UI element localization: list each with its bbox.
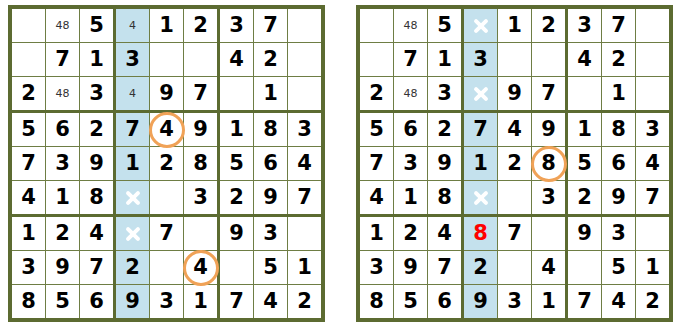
cell-r8c1[interactable]: 3 xyxy=(12,251,45,284)
digit: 3 xyxy=(89,83,104,104)
digit: 9 xyxy=(55,257,70,278)
digit: 1 xyxy=(193,291,208,312)
cell-r1c5[interactable]: 1 xyxy=(150,9,183,42)
digit: 4 xyxy=(297,153,312,174)
cell-r9c4[interactable]: 9 xyxy=(464,285,497,318)
digit: 2 xyxy=(403,223,418,244)
cell-r1c3[interactable]: 5 xyxy=(80,9,113,42)
digit: 6 xyxy=(403,119,418,140)
digit: 3 xyxy=(263,223,278,244)
digit: 1 xyxy=(577,119,592,140)
cell-r7c4[interactable] xyxy=(116,217,149,250)
digit: 2 xyxy=(229,187,244,208)
digit: 6 xyxy=(437,291,452,312)
box-5: 7491283 xyxy=(464,113,565,214)
cell-r8c1[interactable]: 3 xyxy=(360,251,393,284)
digit: 3 xyxy=(473,49,488,70)
cell-r5c4[interactable]: 1 xyxy=(464,147,497,180)
cell-r7c5[interactable]: 7 xyxy=(150,217,183,250)
digit: 5 xyxy=(263,257,278,278)
cell-r6c4[interactable] xyxy=(116,181,149,214)
digit: 4 xyxy=(193,257,208,278)
cell-r5c9[interactable]: 4 xyxy=(288,147,321,180)
digit: 5 xyxy=(55,291,70,312)
pencil-marks: 48 xyxy=(56,20,70,31)
cell-r7c7[interactable]: 9 xyxy=(220,217,253,250)
digit: 2 xyxy=(369,83,384,104)
digit: 1 xyxy=(263,83,278,104)
cell-r9c3[interactable]: 6 xyxy=(428,285,461,318)
digit: 3 xyxy=(297,119,312,140)
cell-r3c4[interactable] xyxy=(464,77,497,110)
cell-r8c9[interactable]: 1 xyxy=(636,251,669,284)
cell-r6c1[interactable]: 4 xyxy=(360,181,393,214)
cell-r7c4[interactable]: 8 xyxy=(464,217,497,250)
digit: 7 xyxy=(297,187,312,208)
digit: 6 xyxy=(55,119,70,140)
cell-r1c4[interactable]: 4 xyxy=(116,9,149,42)
digit: 2 xyxy=(297,291,312,312)
digit: 7 xyxy=(55,49,70,70)
digit: 5 xyxy=(403,291,418,312)
digit: 1 xyxy=(297,257,312,278)
cell-r7c8[interactable]: 3 xyxy=(602,217,635,250)
cell-r2c7[interactable]: 4 xyxy=(220,43,253,76)
cell-r7c5[interactable]: 7 xyxy=(498,217,531,250)
digit: 8 xyxy=(437,187,452,208)
cell-r2c9[interactable] xyxy=(288,43,321,76)
digit: 2 xyxy=(507,153,522,174)
cell-r9c5[interactable]: 3 xyxy=(498,285,531,318)
cell-r4c7[interactable]: 1 xyxy=(220,113,253,146)
cell-r9c8[interactable]: 4 xyxy=(602,285,635,318)
pencil-marks: 48 xyxy=(404,88,418,99)
box-7: 124397856 xyxy=(360,217,461,318)
cell-r6c4[interactable] xyxy=(464,181,497,214)
eliminated-cross-icon xyxy=(473,86,489,102)
digit: 8 xyxy=(611,119,626,140)
digit: 7 xyxy=(369,153,384,174)
cell-r2c3[interactable]: 1 xyxy=(428,43,461,76)
cell-r2c4[interactable]: 3 xyxy=(464,43,497,76)
digit: 8 xyxy=(369,291,384,312)
cell-r3c5[interactable]: 9 xyxy=(498,77,531,110)
cell-r4c4[interactable]: 7 xyxy=(116,113,149,146)
digit: 5 xyxy=(89,15,104,36)
digit: 8 xyxy=(21,291,36,312)
cell-r8c6[interactable]: 4 xyxy=(184,251,217,284)
digit: 2 xyxy=(577,187,592,208)
box-2: 4123497 xyxy=(116,9,217,110)
digit: 2 xyxy=(541,15,556,36)
cell-r3c6[interactable]: 7 xyxy=(532,77,565,110)
digit: 9 xyxy=(89,153,104,174)
digit: 7 xyxy=(403,49,418,70)
cell-r1c6[interactable]: 2 xyxy=(184,9,217,42)
cell-r6c9[interactable]: 7 xyxy=(636,181,669,214)
cell-r5c7[interactable]: 5 xyxy=(568,147,601,180)
cell-r7c2[interactable]: 2 xyxy=(394,217,427,250)
digit: 5 xyxy=(369,119,384,140)
cell-r2c3[interactable]: 1 xyxy=(80,43,113,76)
cell-r6c2[interactable]: 1 xyxy=(394,181,427,214)
cell-r9c9[interactable]: 2 xyxy=(288,285,321,318)
cell-r7c2[interactable]: 2 xyxy=(46,217,79,250)
cell-r4c6[interactable]: 9 xyxy=(532,113,565,146)
cell-r9c5[interactable]: 3 xyxy=(150,285,183,318)
cell-r9c1[interactable]: 8 xyxy=(360,285,393,318)
cell-r1c9[interactable] xyxy=(636,9,669,42)
cell-r2c4[interactable]: 3 xyxy=(116,43,149,76)
cell-r9c4[interactable]: 9 xyxy=(116,285,149,318)
digit: 7 xyxy=(473,119,488,140)
digit: 1 xyxy=(21,223,36,244)
cell-r3c8[interactable]: 1 xyxy=(254,77,287,110)
cell-r1c4[interactable] xyxy=(464,9,497,42)
digit: 2 xyxy=(89,119,104,140)
box-1: 485712483 xyxy=(12,9,113,110)
cell-r4c4[interactable]: 7 xyxy=(464,113,497,146)
digit: 1 xyxy=(437,49,452,70)
cell-r6c5[interactable] xyxy=(498,181,531,214)
digit: 1 xyxy=(369,223,384,244)
digit: 7 xyxy=(263,15,278,36)
digit: 2 xyxy=(21,83,36,104)
cell-r5c9[interactable]: 4 xyxy=(636,147,669,180)
digit: 2 xyxy=(645,291,660,312)
cell-r2c7[interactable]: 4 xyxy=(568,43,601,76)
cell-r8c8[interactable]: 5 xyxy=(602,251,635,284)
cell-r4c7[interactable]: 1 xyxy=(568,113,601,146)
cell-r4c5[interactable]: 4 xyxy=(498,113,531,146)
cell-r3c4[interactable]: 4 xyxy=(116,77,149,110)
digit: 2 xyxy=(159,153,174,174)
cell-r1c8[interactable]: 7 xyxy=(254,9,287,42)
digit: 9 xyxy=(125,291,140,312)
cell-r4c9[interactable]: 3 xyxy=(288,113,321,146)
digit: 3 xyxy=(21,257,36,278)
digit: 9 xyxy=(577,223,592,244)
cell-r5c1[interactable]: 7 xyxy=(12,147,45,180)
cell-r7c3[interactable]: 4 xyxy=(80,217,113,250)
digit: 3 xyxy=(577,15,592,36)
cell-r1c1[interactable] xyxy=(360,9,393,42)
cell-r7c7[interactable]: 9 xyxy=(568,217,601,250)
digit: 5 xyxy=(229,153,244,174)
cell-r4c3[interactable]: 2 xyxy=(428,113,461,146)
digit: 4 xyxy=(21,187,36,208)
cell-r1c2[interactable]: 48 xyxy=(46,9,79,42)
cell-r5c8[interactable]: 6 xyxy=(254,147,287,180)
box-9: 9351742 xyxy=(568,217,669,318)
cell-r7c3[interactable]: 4 xyxy=(428,217,461,250)
digit: 3 xyxy=(403,153,418,174)
digit: 2 xyxy=(55,223,70,244)
digit: 3 xyxy=(541,187,556,208)
cell-r2c2[interactable]: 7 xyxy=(46,43,79,76)
digit: 4 xyxy=(437,223,452,244)
cell-r4c1[interactable]: 5 xyxy=(360,113,393,146)
digit: 1 xyxy=(645,257,660,278)
digit: 4 xyxy=(507,119,522,140)
box-3: 37421 xyxy=(220,9,321,110)
digit: 1 xyxy=(403,187,418,208)
cell-r2c8[interactable]: 2 xyxy=(602,43,635,76)
cell-r6c8[interactable]: 9 xyxy=(254,181,287,214)
cell-r1c2[interactable]: 48 xyxy=(394,9,427,42)
cell-r4c2[interactable]: 6 xyxy=(394,113,427,146)
cell-r3c2[interactable]: 48 xyxy=(46,77,79,110)
cell-r4c3[interactable]: 2 xyxy=(80,113,113,146)
cell-r8c3[interactable]: 7 xyxy=(428,251,461,284)
cell-r5c4[interactable]: 1 xyxy=(116,147,149,180)
cell-r3c3[interactable]: 3 xyxy=(80,77,113,110)
digit: 9 xyxy=(403,257,418,278)
digit: 7 xyxy=(125,119,140,140)
cell-r4c2[interactable]: 6 xyxy=(46,113,79,146)
cell-r8c7[interactable] xyxy=(220,251,253,284)
digit: 7 xyxy=(437,257,452,278)
cell-r9c8[interactable]: 4 xyxy=(254,285,287,318)
digit: 7 xyxy=(541,83,556,104)
cell-r9c6[interactable]: 1 xyxy=(184,285,217,318)
cell-r4c1[interactable]: 5 xyxy=(12,113,45,146)
digit: 9 xyxy=(541,119,556,140)
cell-r7c6[interactable] xyxy=(532,217,565,250)
box-3: 37421 xyxy=(568,9,669,110)
cell-r4c8[interactable]: 8 xyxy=(602,113,635,146)
cell-r7c8[interactable]: 3 xyxy=(254,217,287,250)
cell-r3c9[interactable] xyxy=(288,77,321,110)
cell-r9c9[interactable]: 2 xyxy=(636,285,669,318)
cell-r1c7[interactable]: 3 xyxy=(568,9,601,42)
cell-r8c4[interactable]: 2 xyxy=(464,251,497,284)
cell-r6c7[interactable]: 2 xyxy=(568,181,601,214)
digit: 9 xyxy=(193,119,208,140)
cell-r9c1[interactable]: 8 xyxy=(12,285,45,318)
digit: 7 xyxy=(193,83,208,104)
digit: 2 xyxy=(125,257,140,278)
cell-r5c5[interactable]: 2 xyxy=(150,147,183,180)
cell-r6c9[interactable]: 7 xyxy=(288,181,321,214)
digit: 3 xyxy=(437,83,452,104)
digit: 7 xyxy=(159,223,174,244)
cell-r2c9[interactable] xyxy=(636,43,669,76)
box-8: 724931 xyxy=(116,217,217,318)
cell-r9c2[interactable]: 5 xyxy=(394,285,427,318)
eliminated-cross-icon xyxy=(125,190,141,206)
box-9: 9351742 xyxy=(220,217,321,318)
cell-r7c9[interactable] xyxy=(288,217,321,250)
digit: 3 xyxy=(229,15,244,36)
cell-r5c1[interactable]: 7 xyxy=(360,147,393,180)
cell-r1c8[interactable]: 7 xyxy=(602,9,635,42)
digit: 5 xyxy=(577,153,592,174)
cell-r5c5[interactable]: 2 xyxy=(498,147,531,180)
cell-r3c6[interactable]: 7 xyxy=(184,77,217,110)
new-digit: 8 xyxy=(473,223,488,244)
sudoku-board-right: 4857124831239737421562739418749128318356… xyxy=(356,5,673,322)
cell-r1c7[interactable]: 3 xyxy=(220,9,253,42)
digit: 1 xyxy=(507,15,522,36)
eliminated-cross-icon xyxy=(473,18,489,34)
digit: 8 xyxy=(263,119,278,140)
digit: 9 xyxy=(473,291,488,312)
digit: 9 xyxy=(437,153,452,174)
box-4: 562739418 xyxy=(360,113,461,214)
digit: 2 xyxy=(193,15,208,36)
digit: 4 xyxy=(369,187,384,208)
cell-r6c1[interactable]: 4 xyxy=(12,181,45,214)
cell-r3c1[interactable]: 2 xyxy=(360,77,393,110)
cell-r6c8[interactable]: 9 xyxy=(602,181,635,214)
cell-r8c2[interactable]: 9 xyxy=(46,251,79,284)
sudoku-board-left: 4857124834123497374215627394187491283183… xyxy=(8,5,325,322)
digit: 1 xyxy=(159,15,174,36)
digit: 6 xyxy=(89,291,104,312)
digit: 4 xyxy=(645,153,660,174)
cell-r8c6[interactable]: 4 xyxy=(532,251,565,284)
cell-r3c7[interactable] xyxy=(568,77,601,110)
digit: 5 xyxy=(611,257,626,278)
box-5: 7491283 xyxy=(116,113,217,214)
cell-r5c7[interactable]: 5 xyxy=(220,147,253,180)
cell-r6c5[interactable] xyxy=(150,181,183,214)
cell-r3c2[interactable]: 48 xyxy=(394,77,427,110)
cell-r3c3[interactable]: 3 xyxy=(428,77,461,110)
pencil-marks: 4 xyxy=(129,20,136,31)
pencil-marks: 4 xyxy=(129,88,136,99)
cell-r5c8[interactable]: 6 xyxy=(602,147,635,180)
cell-r5c2[interactable]: 3 xyxy=(46,147,79,180)
digit: 1 xyxy=(229,119,244,140)
cell-r5c6[interactable]: 8 xyxy=(184,147,217,180)
cell-r6c3[interactable]: 8 xyxy=(80,181,113,214)
cell-r2c8[interactable]: 2 xyxy=(254,43,287,76)
cell-r7c6[interactable] xyxy=(184,217,217,250)
digit: 7 xyxy=(89,257,104,278)
cell-r2c1[interactable] xyxy=(12,43,45,76)
cell-r9c3[interactable]: 6 xyxy=(80,285,113,318)
cell-r7c9[interactable] xyxy=(636,217,669,250)
digit: 2 xyxy=(473,257,488,278)
cell-r2c1[interactable] xyxy=(360,43,393,76)
cell-r1c3[interactable]: 5 xyxy=(428,9,461,42)
cell-r7c1[interactable]: 1 xyxy=(12,217,45,250)
cell-r6c6[interactable]: 3 xyxy=(184,181,217,214)
box-2: 12397 xyxy=(464,9,565,110)
digit: 3 xyxy=(507,291,522,312)
sudoku-tutorial-boards: 4857124834123497374215627394187491283183… xyxy=(0,0,680,322)
digit: 3 xyxy=(55,153,70,174)
digit: 3 xyxy=(193,187,208,208)
digit: 5 xyxy=(437,15,452,36)
cell-r9c7[interactable]: 7 xyxy=(220,285,253,318)
cell-r8c5[interactable] xyxy=(150,251,183,284)
cell-r5c2[interactable]: 3 xyxy=(394,147,427,180)
digit: 9 xyxy=(611,187,626,208)
cell-r4c9[interactable]: 3 xyxy=(636,113,669,146)
digit: 6 xyxy=(611,153,626,174)
cell-r2c6[interactable] xyxy=(532,43,565,76)
cell-r2c2[interactable]: 7 xyxy=(394,43,427,76)
cell-r1c5[interactable]: 1 xyxy=(498,9,531,42)
cell-r2c6[interactable] xyxy=(184,43,217,76)
digit: 8 xyxy=(89,187,104,208)
digit: 9 xyxy=(229,223,244,244)
cell-r8c8[interactable]: 5 xyxy=(254,251,287,284)
cell-r3c7[interactable] xyxy=(220,77,253,110)
cell-r5c6[interactable]: 8 xyxy=(532,147,565,180)
digit: 7 xyxy=(21,153,36,174)
pencil-marks: 48 xyxy=(56,88,70,99)
cell-r3c9[interactable] xyxy=(636,77,669,110)
cell-r1c6[interactable]: 2 xyxy=(532,9,565,42)
eliminated-cross-icon xyxy=(473,190,489,206)
cell-r4c5[interactable]: 4 xyxy=(150,113,183,146)
cell-r8c3[interactable]: 7 xyxy=(80,251,113,284)
cell-r4c6[interactable]: 9 xyxy=(184,113,217,146)
digit: 3 xyxy=(645,119,660,140)
digit: 3 xyxy=(611,223,626,244)
cell-r8c2[interactable]: 9 xyxy=(394,251,427,284)
digit: 2 xyxy=(263,49,278,70)
cell-r6c6[interactable]: 3 xyxy=(532,181,565,214)
cell-r4c8[interactable]: 8 xyxy=(254,113,287,146)
eliminated-cross-icon xyxy=(125,226,141,242)
cell-r8c4[interactable]: 2 xyxy=(116,251,149,284)
cell-r2c5[interactable] xyxy=(150,43,183,76)
cell-r6c3[interactable]: 8 xyxy=(428,181,461,214)
box-7: 124397856 xyxy=(12,217,113,318)
cell-r7c1[interactable]: 1 xyxy=(360,217,393,250)
cell-r8c9[interactable]: 1 xyxy=(288,251,321,284)
cell-r8c5[interactable] xyxy=(498,251,531,284)
cell-r9c6[interactable]: 1 xyxy=(532,285,565,318)
digit: 3 xyxy=(369,257,384,278)
digit: 6 xyxy=(263,153,278,174)
digit: 4 xyxy=(229,49,244,70)
digit: 7 xyxy=(611,15,626,36)
cell-r2c5[interactable] xyxy=(498,43,531,76)
box-4: 562739418 xyxy=(12,113,113,214)
digit: 3 xyxy=(125,49,140,70)
digit: 1 xyxy=(541,291,556,312)
cell-r9c2[interactable]: 5 xyxy=(46,285,79,318)
digit: 1 xyxy=(89,49,104,70)
cell-r5c3[interactable]: 9 xyxy=(428,147,461,180)
digit: 1 xyxy=(611,83,626,104)
digit: 8 xyxy=(541,153,556,174)
cell-r3c5[interactable]: 9 xyxy=(150,77,183,110)
cell-r1c9[interactable] xyxy=(288,9,321,42)
cell-r6c2[interactable]: 1 xyxy=(46,181,79,214)
cell-r9c7[interactable]: 7 xyxy=(568,285,601,318)
cell-r1c1[interactable] xyxy=(12,9,45,42)
digit: 5 xyxy=(21,119,36,140)
box-8: 8724931 xyxy=(464,217,565,318)
cell-r3c8[interactable]: 1 xyxy=(602,77,635,110)
digit: 2 xyxy=(437,119,452,140)
cell-r8c7[interactable] xyxy=(568,251,601,284)
cell-r5c3[interactable]: 9 xyxy=(80,147,113,180)
digit: 4 xyxy=(577,49,592,70)
digit: 7 xyxy=(645,187,660,208)
cell-r6c7[interactable]: 2 xyxy=(220,181,253,214)
cell-r3c1[interactable]: 2 xyxy=(12,77,45,110)
digit: 3 xyxy=(159,291,174,312)
digit: 7 xyxy=(507,223,522,244)
